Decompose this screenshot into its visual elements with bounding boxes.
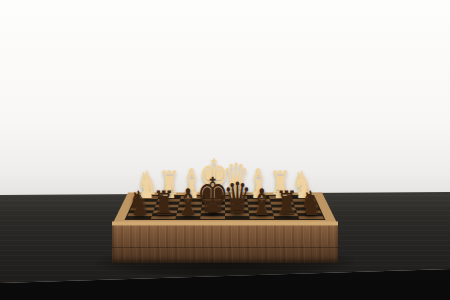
scene: ♞♜♝♛♚♝♜♞♟♟♟♟♟♟♟♟♟♟♟♟♟♟♟♟♞♜♝♛♚♝♜♞ bbox=[0, 0, 450, 300]
box-lid-seam bbox=[112, 247, 338, 248]
box-front-panel bbox=[112, 224, 338, 263]
